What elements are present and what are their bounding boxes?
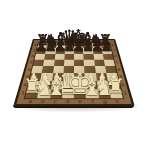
file-label-d: d <box>61 98 74 104</box>
square-e4 <box>74 66 85 73</box>
square-e1 <box>74 89 86 98</box>
square-d2 <box>62 81 74 89</box>
square-d4 <box>63 66 74 73</box>
square-d1 <box>62 89 74 98</box>
file-label-e: e <box>74 98 87 104</box>
square-c3 <box>52 73 64 81</box>
square-h1 <box>109 89 123 98</box>
square-c1 <box>50 89 63 98</box>
square-e2 <box>74 81 86 89</box>
square-e3 <box>74 73 85 81</box>
square-h3 <box>106 73 119 81</box>
square-h4 <box>105 66 117 73</box>
chess-set-photo: abcdefgh abcdefgh 87654321 87654321 ♜♞♝♛… <box>0 0 150 150</box>
square-c4 <box>53 66 64 73</box>
square-d3 <box>63 73 74 81</box>
board-squares <box>25 43 123 99</box>
file-labels-near: abcdefgh <box>24 98 125 104</box>
file-label-h: h <box>111 98 125 104</box>
file-label-b: b <box>36 98 49 104</box>
file-label-c: c <box>49 98 62 104</box>
file-label-g: g <box>98 98 111 104</box>
file-label-f: f <box>86 98 99 104</box>
chess-board: abcdefgh abcdefgh 87654321 87654321 <box>13 39 134 106</box>
square-c2 <box>51 81 63 89</box>
square-h2 <box>107 81 120 89</box>
